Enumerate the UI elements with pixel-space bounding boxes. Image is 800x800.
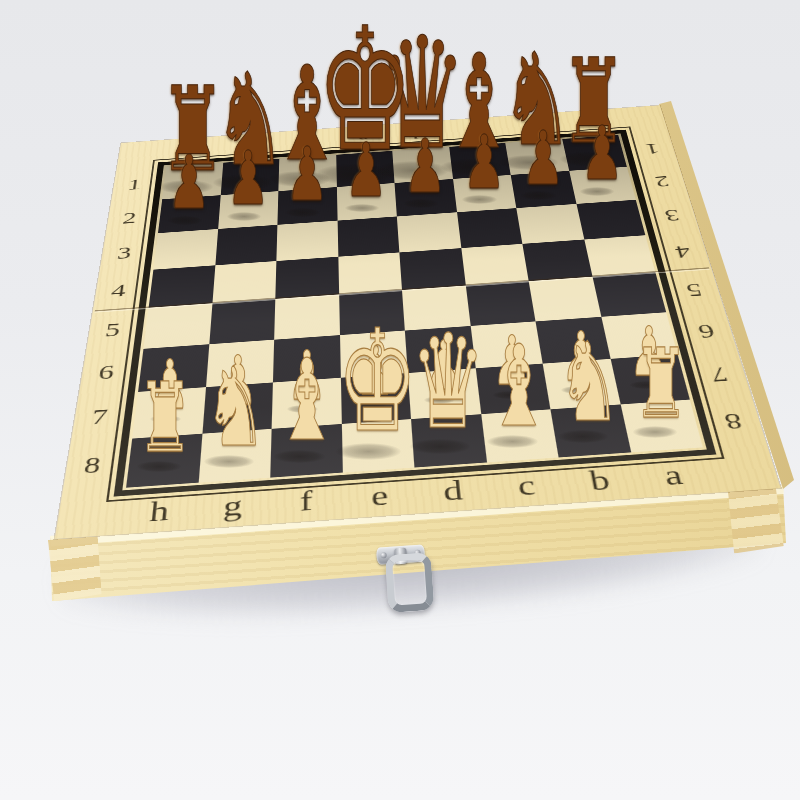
square-d3[interactable] [397, 212, 461, 252]
square-c6[interactable] [470, 321, 543, 368]
square-f1[interactable] [278, 155, 336, 191]
square-e3[interactable] [337, 216, 399, 256]
square-f5[interactable] [274, 294, 339, 339]
coord-label-f: f [279, 130, 335, 153]
coord-label-2: 2 [639, 163, 686, 199]
square-b3[interactable] [516, 204, 583, 244]
coord-label-4: 4 [96, 270, 141, 311]
square-f3[interactable] [276, 221, 337, 261]
square-e7[interactable] [340, 373, 411, 424]
square-c2[interactable] [453, 175, 517, 213]
square-b2[interactable] [511, 171, 576, 209]
square-f8[interactable] [270, 424, 342, 478]
clasp [372, 540, 432, 608]
square-b8[interactable] [550, 404, 630, 457]
coord-label-7: 7 [74, 393, 124, 442]
coord-label-f: f [269, 481, 343, 523]
square-f7[interactable] [272, 378, 342, 429]
square-d1[interactable] [392, 147, 452, 183]
coord-label-c: c [446, 118, 504, 141]
square-e5[interactable] [339, 290, 405, 335]
square-g4[interactable] [212, 261, 276, 304]
square-e6[interactable] [339, 330, 407, 378]
square-g5[interactable] [209, 299, 275, 344]
square-a8[interactable] [620, 399, 703, 452]
square-f6[interactable] [273, 335, 340, 383]
square-d8[interactable] [411, 414, 487, 468]
square-b1[interactable] [505, 139, 568, 175]
chessboard: hgfedcba hgfedcba 12345678 12345678 [55, 105, 781, 539]
coord-label-h: h [167, 138, 225, 161]
square-b5[interactable] [529, 277, 601, 321]
square-h6[interactable] [138, 344, 209, 392]
square-h3[interactable] [153, 229, 217, 269]
square-b6[interactable] [535, 317, 610, 364]
coord-label-3: 3 [102, 234, 146, 273]
square-b7[interactable] [543, 359, 620, 409]
square-h2[interactable] [158, 195, 220, 233]
square-h1[interactable] [162, 163, 223, 199]
square-d7[interactable] [408, 368, 481, 418]
square-f4[interactable] [275, 256, 338, 298]
coord-label-d: d [391, 122, 449, 145]
square-h7[interactable] [132, 387, 205, 438]
square-g3[interactable] [215, 225, 278, 265]
square-f2[interactable] [277, 187, 337, 225]
square-c1[interactable] [449, 143, 511, 179]
square-e4[interactable] [338, 252, 402, 294]
coord-label-1: 1 [630, 132, 675, 166]
square-e8[interactable] [341, 419, 414, 473]
coord-label-5: 5 [89, 309, 136, 353]
square-d4[interactable] [399, 248, 465, 290]
coord-label-1: 1 [114, 167, 155, 202]
square-h8[interactable] [126, 433, 202, 487]
square-a2[interactable] [569, 167, 636, 204]
coord-label-a: a [556, 111, 616, 134]
coord-label-b: b [560, 460, 640, 501]
coord-label-d: d [415, 470, 492, 511]
product-photo-scene: hgfedcba hgfedcba 12345678 12345678 ♜♞♝♛… [0, 0, 800, 800]
coord-label-6: 6 [82, 349, 130, 395]
square-c7[interactable] [475, 364, 550, 414]
square-g1[interactable] [220, 159, 279, 195]
coord-label-a: a [632, 455, 714, 496]
square-c8[interactable] [481, 409, 559, 463]
coord-label-e: e [335, 126, 392, 149]
square-e2[interactable] [336, 183, 396, 221]
coord-label-b: b [501, 114, 560, 137]
square-g2[interactable] [218, 191, 279, 229]
square-a1[interactable] [562, 135, 627, 171]
square-h5[interactable] [144, 303, 212, 348]
square-c3[interactable] [457, 208, 523, 248]
square-a4[interactable] [584, 235, 656, 277]
coord-label-h: h [120, 491, 197, 533]
square-a5[interactable] [592, 272, 666, 316]
coord-label-e: e [342, 476, 417, 517]
square-d5[interactable] [402, 286, 470, 331]
square-g7[interactable] [202, 382, 273, 433]
finger-joint-left-corner [46, 536, 102, 601]
square-a7[interactable] [610, 354, 690, 404]
board-grid [126, 135, 703, 488]
square-b4[interactable] [522, 239, 592, 281]
square-c5[interactable] [465, 281, 535, 326]
square-a6[interactable] [601, 312, 678, 359]
coord-label-g: g [223, 134, 280, 157]
square-h4[interactable] [149, 265, 215, 308]
coord-label-c: c [487, 465, 566, 506]
square-g8[interactable] [198, 428, 271, 482]
coord-label-2: 2 [108, 200, 150, 237]
square-d6[interactable] [405, 326, 475, 373]
square-a3[interactable] [576, 200, 645, 239]
square-g6[interactable] [205, 339, 274, 387]
clasp-oval-loop [385, 552, 435, 613]
square-e1[interactable] [336, 151, 395, 187]
coord-label-8: 8 [66, 439, 118, 492]
square-d2[interactable] [395, 179, 457, 217]
coord-label-g: g [195, 486, 270, 528]
square-c4[interactable] [461, 244, 529, 286]
